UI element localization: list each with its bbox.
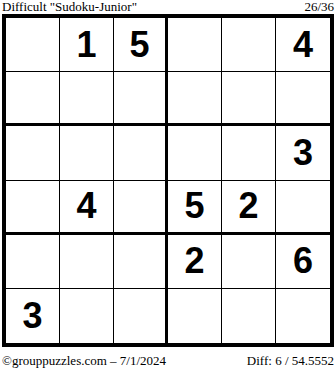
- copyright-text: ©grouppuzzles.com – 7/1/2024: [2, 354, 166, 368]
- cell-r6c2[interactable]: [60, 289, 114, 343]
- cell-r6c4[interactable]: [168, 289, 222, 343]
- cell-r3c3[interactable]: [114, 126, 168, 180]
- cell-r5c4: 2: [168, 235, 222, 289]
- cell-r2c2[interactable]: [60, 72, 114, 126]
- cell-r5c1[interactable]: [6, 235, 60, 289]
- footer: ©grouppuzzles.com – 7/1/2024 Diff: 6 / 5…: [0, 352, 336, 368]
- cell-r1c5[interactable]: [222, 18, 276, 72]
- cell-r6c6[interactable]: [276, 289, 330, 343]
- cells-remaining-counter: 26/36: [304, 0, 334, 13]
- cell-r4c2: 4: [60, 181, 114, 235]
- cell-r2c6[interactable]: [276, 72, 330, 126]
- cell-r2c5[interactable]: [222, 72, 276, 126]
- cell-r6c1: 3: [6, 289, 60, 343]
- cell-r2c3[interactable]: [114, 72, 168, 126]
- puzzle-page: Difficult "Sudoku-Junior" 26/36 15434522…: [0, 0, 336, 370]
- cell-r3c2[interactable]: [60, 126, 114, 180]
- cell-r4c3[interactable]: [114, 181, 168, 235]
- puzzle-title: Difficult "Sudoku-Junior": [2, 0, 137, 13]
- cell-r3c6: 3: [276, 126, 330, 180]
- cell-r2c4[interactable]: [168, 72, 222, 126]
- cell-r5c3[interactable]: [114, 235, 168, 289]
- header: Difficult "Sudoku-Junior" 26/36: [0, 0, 336, 14]
- cell-r4c4: 5: [168, 181, 222, 235]
- board: 1543452263: [2, 14, 334, 347]
- cell-r3c5[interactable]: [222, 126, 276, 180]
- cell-r6c3[interactable]: [114, 289, 168, 343]
- cell-r6c5[interactable]: [222, 289, 276, 343]
- difficulty-text: Diff: 6 / 54.5552: [247, 354, 334, 368]
- cell-r3c4[interactable]: [168, 126, 222, 180]
- cell-r5c5[interactable]: [222, 235, 276, 289]
- cell-r1c3: 5: [114, 18, 168, 72]
- cell-r1c4[interactable]: [168, 18, 222, 72]
- cell-r3c1[interactable]: [6, 126, 60, 180]
- cell-r1c6: 4: [276, 18, 330, 72]
- cell-r2c1[interactable]: [6, 72, 60, 126]
- cell-r5c6: 6: [276, 235, 330, 289]
- cell-r4c5: 2: [222, 181, 276, 235]
- cell-r5c2[interactable]: [60, 235, 114, 289]
- cell-r4c6[interactable]: [276, 181, 330, 235]
- cell-r4c1[interactable]: [6, 181, 60, 235]
- cell-r1c2: 1: [60, 18, 114, 72]
- cell-r1c1[interactable]: [6, 18, 60, 72]
